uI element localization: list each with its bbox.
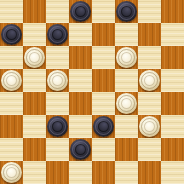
- square-c2[interactable]: [46, 138, 69, 161]
- square-d8[interactable]: [69, 0, 92, 23]
- square-h5[interactable]: [161, 69, 184, 92]
- square-c4[interactable]: [46, 92, 69, 115]
- square-a3[interactable]: [0, 115, 23, 138]
- white-piece-b6[interactable]: [24, 47, 45, 68]
- piece-core: [121, 6, 132, 17]
- checkers-board: [0, 0, 184, 184]
- piece-core: [121, 52, 132, 63]
- square-f5[interactable]: [115, 69, 138, 92]
- black-piece-c7[interactable]: [47, 24, 68, 45]
- black-piece-d8[interactable]: [70, 1, 91, 22]
- square-f8[interactable]: [115, 0, 138, 23]
- square-g7[interactable]: [138, 23, 161, 46]
- square-c1[interactable]: [46, 161, 69, 184]
- black-piece-d2[interactable]: [70, 139, 91, 160]
- piece-core: [52, 29, 63, 40]
- square-a6[interactable]: [0, 46, 23, 69]
- piece-core: [75, 144, 86, 155]
- black-piece-e3[interactable]: [93, 116, 114, 137]
- square-g3[interactable]: [138, 115, 161, 138]
- square-g5[interactable]: [138, 69, 161, 92]
- square-f7[interactable]: [115, 23, 138, 46]
- square-e7[interactable]: [92, 23, 115, 46]
- white-piece-a5[interactable]: [1, 70, 22, 91]
- square-h6[interactable]: [161, 46, 184, 69]
- square-a8[interactable]: [0, 0, 23, 23]
- black-piece-f8[interactable]: [116, 1, 137, 22]
- square-h7[interactable]: [161, 23, 184, 46]
- piece-core: [98, 121, 109, 132]
- piece-core: [75, 6, 86, 17]
- square-e5[interactable]: [92, 69, 115, 92]
- square-g6[interactable]: [138, 46, 161, 69]
- piece-core: [6, 75, 17, 86]
- square-e6[interactable]: [92, 46, 115, 69]
- square-d4[interactable]: [69, 92, 92, 115]
- square-c5[interactable]: [46, 69, 69, 92]
- square-d2[interactable]: [69, 138, 92, 161]
- square-a2[interactable]: [0, 138, 23, 161]
- square-c8[interactable]: [46, 0, 69, 23]
- square-f6[interactable]: [115, 46, 138, 69]
- square-d3[interactable]: [69, 115, 92, 138]
- square-g4[interactable]: [138, 92, 161, 115]
- square-a4[interactable]: [0, 92, 23, 115]
- piece-core: [144, 75, 155, 86]
- square-b1[interactable]: [23, 161, 46, 184]
- square-h2[interactable]: [161, 138, 184, 161]
- square-b4[interactable]: [23, 92, 46, 115]
- piece-core: [144, 121, 155, 132]
- square-d6[interactable]: [69, 46, 92, 69]
- square-b3[interactable]: [23, 115, 46, 138]
- square-b6[interactable]: [23, 46, 46, 69]
- piece-core: [6, 29, 17, 40]
- square-b2[interactable]: [23, 138, 46, 161]
- square-f1[interactable]: [115, 161, 138, 184]
- square-e1[interactable]: [92, 161, 115, 184]
- square-a5[interactable]: [0, 69, 23, 92]
- white-piece-f4[interactable]: [116, 93, 137, 114]
- piece-core: [52, 75, 63, 86]
- black-piece-a7[interactable]: [1, 24, 22, 45]
- square-e3[interactable]: [92, 115, 115, 138]
- black-piece-c3[interactable]: [47, 116, 68, 137]
- white-piece-f6[interactable]: [116, 47, 137, 68]
- white-piece-g5[interactable]: [139, 70, 160, 91]
- square-g2[interactable]: [138, 138, 161, 161]
- piece-core: [29, 52, 40, 63]
- square-h8[interactable]: [161, 0, 184, 23]
- white-piece-a1[interactable]: [1, 162, 22, 183]
- square-f3[interactable]: [115, 115, 138, 138]
- square-d5[interactable]: [69, 69, 92, 92]
- square-h3[interactable]: [161, 115, 184, 138]
- square-a1[interactable]: [0, 161, 23, 184]
- square-c7[interactable]: [46, 23, 69, 46]
- square-e4[interactable]: [92, 92, 115, 115]
- square-b8[interactable]: [23, 0, 46, 23]
- white-piece-g3[interactable]: [139, 116, 160, 137]
- square-h4[interactable]: [161, 92, 184, 115]
- square-d1[interactable]: [69, 161, 92, 184]
- square-b7[interactable]: [23, 23, 46, 46]
- square-f4[interactable]: [115, 92, 138, 115]
- piece-core: [121, 98, 132, 109]
- square-e2[interactable]: [92, 138, 115, 161]
- square-g8[interactable]: [138, 0, 161, 23]
- square-e8[interactable]: [92, 0, 115, 23]
- square-f2[interactable]: [115, 138, 138, 161]
- square-a7[interactable]: [0, 23, 23, 46]
- square-h1[interactable]: [161, 161, 184, 184]
- piece-core: [6, 167, 17, 178]
- white-piece-c5[interactable]: [47, 70, 68, 91]
- piece-core: [52, 121, 63, 132]
- square-c6[interactable]: [46, 46, 69, 69]
- square-g1[interactable]: [138, 161, 161, 184]
- square-d7[interactable]: [69, 23, 92, 46]
- square-c3[interactable]: [46, 115, 69, 138]
- square-b5[interactable]: [23, 69, 46, 92]
